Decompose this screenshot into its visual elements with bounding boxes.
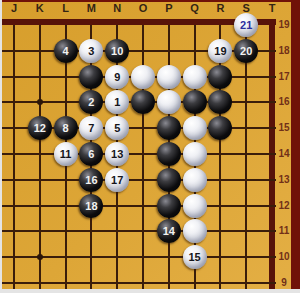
stone-white bbox=[157, 90, 181, 114]
move-number: 8 bbox=[63, 122, 69, 134]
stone-black: 20 bbox=[234, 39, 258, 63]
stone-white bbox=[183, 65, 207, 89]
column-label: N bbox=[109, 2, 125, 14]
stone-black bbox=[208, 116, 232, 140]
grid-line-vertical bbox=[13, 22, 15, 289]
grid-line-horizontal bbox=[0, 230, 276, 232]
move-number: 18 bbox=[85, 200, 97, 212]
column-label: Q bbox=[187, 2, 203, 14]
move-number: 5 bbox=[114, 122, 120, 134]
move-number: 2 bbox=[88, 96, 94, 108]
column-label: P bbox=[161, 2, 177, 14]
move-number: 20 bbox=[240, 45, 252, 57]
stone-white bbox=[183, 219, 207, 243]
stone-white: 11 bbox=[54, 142, 78, 166]
star-point bbox=[37, 254, 43, 260]
stone-black bbox=[208, 90, 232, 114]
row-label: 11 bbox=[277, 225, 291, 236]
move-number: 19 bbox=[214, 45, 226, 57]
grid-line-horizontal bbox=[0, 153, 276, 155]
move-number: 14 bbox=[163, 225, 175, 237]
grid-line-horizontal bbox=[0, 179, 276, 181]
stone-white: 1 bbox=[105, 90, 129, 114]
grid-line-vertical bbox=[39, 22, 41, 289]
row-label: 9 bbox=[277, 277, 291, 288]
stone-black bbox=[183, 90, 207, 114]
stone-white bbox=[183, 142, 207, 166]
row-label: 19 bbox=[277, 19, 291, 30]
move-number: 16 bbox=[85, 174, 97, 186]
star-point bbox=[37, 99, 43, 105]
stone-white bbox=[131, 65, 155, 89]
row-label: 10 bbox=[277, 251, 291, 262]
stone-black bbox=[79, 65, 103, 89]
stone-black: 4 bbox=[54, 39, 78, 63]
grid-line-horizontal bbox=[0, 282, 276, 284]
stone-black bbox=[157, 142, 181, 166]
row-label: 15 bbox=[277, 122, 291, 133]
grid-line-vertical bbox=[142, 22, 144, 289]
stone-white bbox=[183, 116, 207, 140]
stone-black bbox=[131, 90, 155, 114]
move-number: 13 bbox=[111, 148, 123, 160]
stone-black: 2 bbox=[79, 90, 103, 114]
stone-white: 15 bbox=[183, 245, 207, 269]
stone-white: 9 bbox=[105, 65, 129, 89]
stone-white: 21 bbox=[234, 13, 258, 37]
row-label: 18 bbox=[277, 45, 291, 56]
stone-white: 17 bbox=[105, 168, 129, 192]
grid-line-horizontal bbox=[0, 205, 276, 207]
stone-black bbox=[208, 65, 232, 89]
stone-black bbox=[157, 116, 181, 140]
stone-white bbox=[183, 168, 207, 192]
go-board-panel: JKLMNOPQRST19181716151413121110921431019… bbox=[0, 0, 300, 293]
stone-black: 12 bbox=[28, 116, 52, 140]
row-label: 12 bbox=[277, 200, 291, 211]
row-label: 16 bbox=[277, 96, 291, 107]
stone-black: 16 bbox=[79, 168, 103, 192]
move-number: 15 bbox=[188, 251, 200, 263]
row-label: 13 bbox=[277, 174, 291, 185]
move-number: 21 bbox=[240, 19, 252, 31]
stone-white bbox=[183, 194, 207, 218]
move-number: 3 bbox=[88, 45, 94, 57]
column-label: L bbox=[58, 2, 74, 14]
column-label: O bbox=[135, 2, 151, 14]
row-label: 14 bbox=[277, 148, 291, 159]
move-number: 17 bbox=[111, 174, 123, 186]
frame-border-right bbox=[291, 0, 300, 293]
stone-black bbox=[157, 168, 181, 192]
stone-black bbox=[157, 194, 181, 218]
frame-border-top bbox=[0, 0, 300, 2]
go-board[interactable]: JKLMNOPQRST19181716151413121110921431019… bbox=[0, 0, 300, 293]
frame-border-bottom bbox=[0, 289, 300, 293]
column-label: T bbox=[264, 2, 280, 14]
stone-white: 5 bbox=[105, 116, 129, 140]
column-label: K bbox=[32, 2, 48, 14]
stone-white: 3 bbox=[79, 39, 103, 63]
column-label: R bbox=[212, 2, 228, 14]
move-number: 12 bbox=[34, 122, 46, 134]
stone-white: 13 bbox=[105, 142, 129, 166]
stone-white: 19 bbox=[208, 39, 232, 63]
move-number: 7 bbox=[88, 122, 94, 134]
frame-border-left bbox=[0, 0, 2, 293]
stone-black: 18 bbox=[79, 194, 103, 218]
move-number: 4 bbox=[63, 45, 69, 57]
move-number: 9 bbox=[114, 71, 120, 83]
stone-black: 14 bbox=[157, 219, 181, 243]
row-label: 17 bbox=[277, 71, 291, 82]
column-label: M bbox=[83, 2, 99, 14]
move-number: 11 bbox=[60, 148, 72, 160]
move-number: 6 bbox=[88, 148, 94, 160]
column-label: J bbox=[6, 2, 22, 14]
stone-white bbox=[157, 65, 181, 89]
stone-black: 10 bbox=[105, 39, 129, 63]
stone-black: 6 bbox=[79, 142, 103, 166]
move-number: 10 bbox=[111, 45, 123, 57]
stone-white: 7 bbox=[79, 116, 103, 140]
stone-black: 8 bbox=[54, 116, 78, 140]
move-number: 1 bbox=[114, 96, 120, 108]
